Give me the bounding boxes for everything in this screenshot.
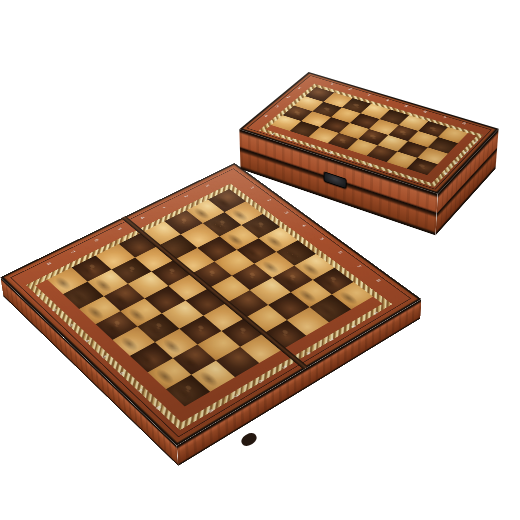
closed-chess-box: 123456781234567812341234 [239, 72, 498, 194]
board-square [245, 305, 287, 333]
box-clasp [324, 171, 347, 189]
board-square [378, 135, 408, 151]
frame-coordinate-mark: 6 [422, 110, 428, 113]
frame-coordinate-mark: 8 [207, 409, 214, 414]
frame-coordinate-mark: 5 [116, 227, 122, 231]
frame-coordinate-mark: 2 [350, 324, 357, 328]
board-square [309, 127, 339, 143]
frame-coordinate-mark: 6 [93, 238, 99, 242]
board-square [397, 141, 427, 158]
board-square [216, 347, 259, 377]
board-square [186, 288, 227, 316]
board-square [407, 158, 438, 175]
frame-coordinate-mark: 3 [161, 205, 167, 209]
frame-coordinate-mark: 4 [262, 115, 268, 118]
frame-coordinate-mark: 7 [442, 116, 448, 119]
frame-coordinate-mark: 5 [403, 105, 409, 108]
frame-coordinate-mark: 3 [366, 93, 372, 96]
frame-coordinate-mark: 1 [249, 186, 255, 189]
board-square [240, 333, 283, 363]
board-square [227, 290, 268, 318]
board-square [328, 133, 358, 149]
frame-coordinate-mark: 1 [205, 184, 211, 187]
board-square [222, 318, 264, 347]
frame-coordinate-mark: 8 [46, 262, 52, 266]
piece-glyph: ♜ [158, 348, 201, 396]
board-square [358, 129, 388, 145]
frame-coordinate-mark: 4 [300, 224, 306, 228]
frame-coordinate-mark: 2 [183, 194, 189, 198]
board-square [347, 139, 378, 156]
frame-coordinate-mark: 4 [443, 172, 449, 176]
board-square [438, 127, 468, 143]
board-square [387, 152, 418, 169]
board-square [408, 131, 438, 147]
board-square [203, 303, 245, 331]
frame-coordinate-mark: 1 [296, 87, 302, 90]
frame-coordinate-mark: 4 [384, 99, 390, 102]
product-photo-scene: 123456781234567812341234 123456781234567… [0, 0, 520, 520]
frame-coordinate-mark: 8 [375, 279, 381, 283]
frame-coordinate-mark: 5 [318, 237, 324, 241]
frame-coordinate-mark: 2 [285, 96, 291, 99]
frame-coordinate-mark: 1 [473, 140, 479, 144]
frame-coordinate-mark: 3 [274, 105, 280, 108]
board-square [367, 145, 398, 162]
board-square [417, 147, 448, 164]
frame-coordinate-mark: 1 [329, 82, 335, 85]
board-square [428, 137, 458, 154]
frame-coordinate-mark: 4 [139, 216, 145, 220]
frame-coordinate-mark: 3 [283, 211, 289, 215]
frame-coordinate-mark: 8 [461, 122, 467, 125]
frame-coordinate-mark: 2 [347, 88, 353, 91]
frame-coordinate-mark: 2 [266, 198, 272, 202]
piece-glyph: ♟ [307, 279, 338, 314]
